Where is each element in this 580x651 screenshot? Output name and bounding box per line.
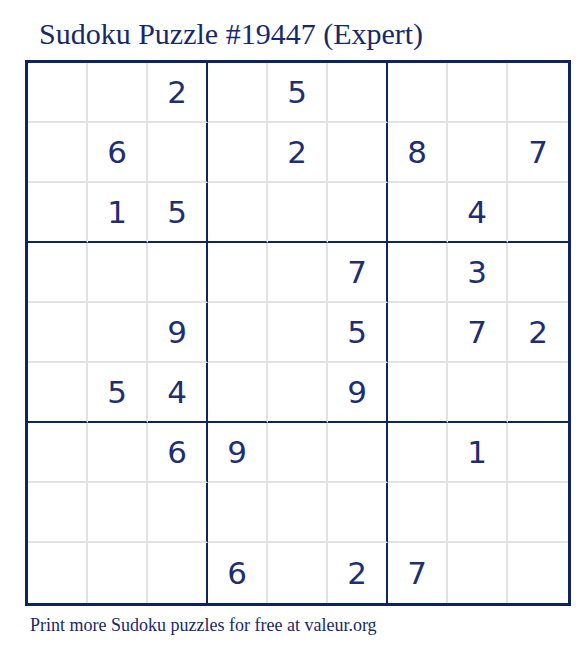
cell-r8c4 [208,483,268,543]
cell-r4c2 [88,243,148,303]
cell-r1c7 [388,63,448,123]
cell-r2c8 [448,123,508,183]
cell-r1c9 [508,63,568,123]
cell-r4c6: 7 [328,243,388,303]
cell-r4c3 [148,243,208,303]
footer-text: Print more Sudoku puzzles for free at va… [30,615,377,636]
cell-r5c4 [208,303,268,363]
cell-r8c3 [148,483,208,543]
cell-r3c8: 4 [448,183,508,243]
cell-r5c3: 9 [148,303,208,363]
cell-r3c6 [328,183,388,243]
cell-r6c9 [508,363,568,423]
cell-r2c7: 8 [388,123,448,183]
cell-r7c5 [268,423,328,483]
sudoku-page: Sudoku Puzzle #19447 (Expert) 2562871547… [0,0,580,651]
cell-r5c9: 2 [508,303,568,363]
cell-r7c1 [28,423,88,483]
cell-r6c4 [208,363,268,423]
cell-r8c6 [328,483,388,543]
cell-r2c1 [28,123,88,183]
cell-r3c1 [28,183,88,243]
cell-r1c1 [28,63,88,123]
cell-r2c4 [208,123,268,183]
cell-r4c9 [508,243,568,303]
cell-r5c1 [28,303,88,363]
cell-r7c6 [328,423,388,483]
cell-r3c5 [268,183,328,243]
cell-r6c2: 5 [88,363,148,423]
cell-r5c5 [268,303,328,363]
cell-r8c8 [448,483,508,543]
cell-r4c8: 3 [448,243,508,303]
cell-r9c8 [448,543,508,603]
cell-r6c5 [268,363,328,423]
cell-r1c5: 5 [268,63,328,123]
cell-r2c9: 7 [508,123,568,183]
cell-r7c3: 6 [148,423,208,483]
cell-r3c7 [388,183,448,243]
cell-r1c4 [208,63,268,123]
cell-r3c4 [208,183,268,243]
cell-r3c9 [508,183,568,243]
cell-r1c2 [88,63,148,123]
cell-r8c2 [88,483,148,543]
cell-r2c5: 2 [268,123,328,183]
cell-r5c7 [388,303,448,363]
cell-r8c7 [388,483,448,543]
cell-r4c4 [208,243,268,303]
cell-r8c1 [28,483,88,543]
sudoku-board: 256287154739572549691627 [25,60,571,606]
page-title: Sudoku Puzzle #19447 (Expert) [39,16,423,52]
cell-r5c6: 5 [328,303,388,363]
cell-r8c9 [508,483,568,543]
cell-r9c2 [88,543,148,603]
cell-r9c9 [508,543,568,603]
cell-r4c5 [268,243,328,303]
cell-r4c7 [388,243,448,303]
cell-r2c3 [148,123,208,183]
cell-r2c6 [328,123,388,183]
cell-r9c5 [268,543,328,603]
cell-r9c3 [148,543,208,603]
cell-r1c3: 2 [148,63,208,123]
cell-r7c8: 1 [448,423,508,483]
cell-r5c2 [88,303,148,363]
cell-r1c6 [328,63,388,123]
cell-r8c5 [268,483,328,543]
cell-r7c4: 9 [208,423,268,483]
cell-r6c6: 9 [328,363,388,423]
cell-r1c8 [448,63,508,123]
cell-r3c3: 5 [148,183,208,243]
cell-r7c9 [508,423,568,483]
cell-r6c1 [28,363,88,423]
cell-r6c8 [448,363,508,423]
cell-r5c8: 7 [448,303,508,363]
cell-r7c7 [388,423,448,483]
cell-r9c4: 6 [208,543,268,603]
cell-r6c7 [388,363,448,423]
cell-r3c2: 1 [88,183,148,243]
cell-r7c2 [88,423,148,483]
cell-r4c1 [28,243,88,303]
cell-r2c2: 6 [88,123,148,183]
cell-r9c7: 7 [388,543,448,603]
cell-r6c3: 4 [148,363,208,423]
cell-r9c6: 2 [328,543,388,603]
cell-r9c1 [28,543,88,603]
